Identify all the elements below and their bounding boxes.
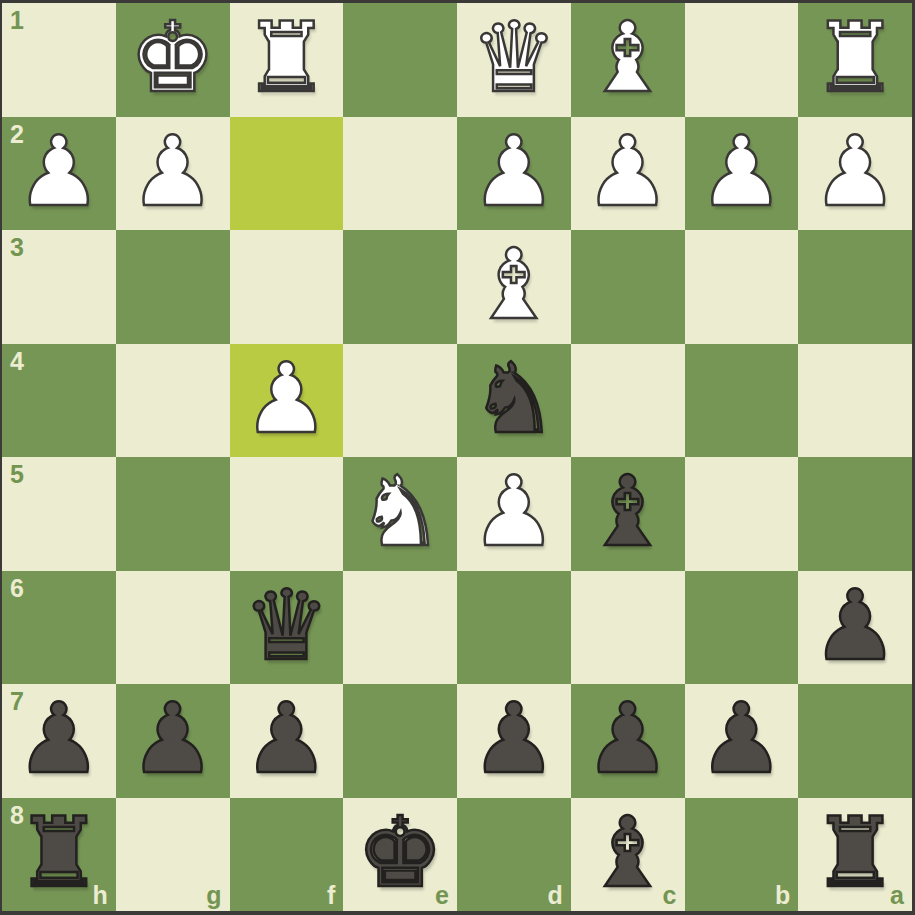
square-h6[interactable]: 6 <box>2 571 116 685</box>
piece-black-pawn[interactable]: ♟ <box>243 690 330 787</box>
square-f4[interactable]: ♟ <box>230 344 344 458</box>
square-h8[interactable]: ♜8h <box>2 798 116 912</box>
square-g7[interactable]: ♟ <box>116 684 230 798</box>
piece-white-pawn[interactable]: ♟ <box>584 123 671 220</box>
piece-black-pawn[interactable]: ♟ <box>584 690 671 787</box>
chess-board: 1♚♜♛♝♜♟2♟♟♟♟♟3♝4♟♞5♞♟♝6♛♟♟7♟♟♟♟♟♜8hgf♚ed… <box>2 3 912 911</box>
square-f2[interactable] <box>230 117 344 231</box>
square-e4[interactable] <box>343 344 457 458</box>
square-c7[interactable]: ♟ <box>571 684 685 798</box>
piece-black-pawn[interactable]: ♟ <box>812 577 899 674</box>
square-a4[interactable] <box>798 344 912 458</box>
square-e1[interactable] <box>343 3 457 117</box>
square-g4[interactable] <box>116 344 230 458</box>
square-a7[interactable] <box>798 684 912 798</box>
square-f3[interactable] <box>230 230 344 344</box>
square-f8[interactable]: f <box>230 798 344 912</box>
piece-white-knight[interactable]: ♞ <box>357 463 444 560</box>
rank-label-4: 4 <box>10 349 24 374</box>
piece-white-pawn[interactable]: ♟ <box>812 123 899 220</box>
square-a2[interactable]: ♟ <box>798 117 912 231</box>
piece-black-queen[interactable]: ♛ <box>243 577 330 674</box>
square-h5[interactable]: 5 <box>2 457 116 571</box>
piece-white-pawn[interactable]: ♟ <box>243 350 330 447</box>
piece-white-rook[interactable]: ♜ <box>812 9 899 106</box>
square-d2[interactable]: ♟ <box>457 117 571 231</box>
piece-white-pawn[interactable]: ♟ <box>15 123 102 220</box>
piece-black-pawn[interactable]: ♟ <box>129 690 216 787</box>
square-d5[interactable]: ♟ <box>457 457 571 571</box>
piece-white-pawn[interactable]: ♟ <box>698 123 785 220</box>
square-d8[interactable]: d <box>457 798 571 912</box>
square-d7[interactable]: ♟ <box>457 684 571 798</box>
square-c8[interactable]: ♝c <box>571 798 685 912</box>
square-b7[interactable]: ♟ <box>685 684 799 798</box>
square-b6[interactable] <box>685 571 799 685</box>
square-a1[interactable]: ♜ <box>798 3 912 117</box>
square-b8[interactable]: b <box>685 798 799 912</box>
piece-white-queen[interactable]: ♛ <box>470 9 557 106</box>
square-h2[interactable]: ♟2 <box>2 117 116 231</box>
file-label-g: g <box>206 883 221 908</box>
piece-white-pawn[interactable]: ♟ <box>129 123 216 220</box>
square-d6[interactable] <box>457 571 571 685</box>
file-label-d: d <box>547 883 562 908</box>
file-label-f: f <box>327 883 335 908</box>
chess-app: 1♚♜♛♝♜♟2♟♟♟♟♟3♝4♟♞5♞♟♝6♛♟♟7♟♟♟♟♟♜8hgf♚ed… <box>0 0 915 915</box>
square-a8[interactable]: ♜a <box>798 798 912 912</box>
rank-label-1: 1 <box>10 8 24 33</box>
square-c6[interactable] <box>571 571 685 685</box>
piece-black-pawn[interactable]: ♟ <box>698 690 785 787</box>
square-e5[interactable]: ♞ <box>343 457 457 571</box>
piece-black-knight[interactable]: ♞ <box>470 350 557 447</box>
square-c5[interactable]: ♝ <box>571 457 685 571</box>
rank-label-5: 5 <box>10 462 24 487</box>
piece-black-king[interactable]: ♚ <box>357 804 444 901</box>
piece-black-rook[interactable]: ♜ <box>15 804 102 901</box>
square-g2[interactable]: ♟ <box>116 117 230 231</box>
piece-white-king[interactable]: ♚ <box>129 9 216 106</box>
rank-label-6: 6 <box>10 576 24 601</box>
piece-white-bishop[interactable]: ♝ <box>470 236 557 333</box>
piece-black-bishop[interactable]: ♝ <box>584 804 671 901</box>
square-c4[interactable] <box>571 344 685 458</box>
piece-white-pawn[interactable]: ♟ <box>470 123 557 220</box>
square-g1[interactable]: ♚ <box>116 3 230 117</box>
piece-black-rook[interactable]: ♜ <box>812 804 899 901</box>
square-c2[interactable]: ♟ <box>571 117 685 231</box>
square-h4[interactable]: 4 <box>2 344 116 458</box>
square-d1[interactable]: ♛ <box>457 3 571 117</box>
square-h7[interactable]: ♟7 <box>2 684 116 798</box>
square-f5[interactable] <box>230 457 344 571</box>
square-g8[interactable]: g <box>116 798 230 912</box>
square-e8[interactable]: ♚e <box>343 798 457 912</box>
piece-white-pawn[interactable]: ♟ <box>470 463 557 560</box>
piece-black-pawn[interactable]: ♟ <box>15 690 102 787</box>
square-b4[interactable] <box>685 344 799 458</box>
square-h1[interactable]: 1 <box>2 3 116 117</box>
piece-white-rook[interactable]: ♜ <box>243 9 330 106</box>
square-g3[interactable] <box>116 230 230 344</box>
square-f1[interactable]: ♜ <box>230 3 344 117</box>
square-d4[interactable]: ♞ <box>457 344 571 458</box>
square-c3[interactable] <box>571 230 685 344</box>
square-e3[interactable] <box>343 230 457 344</box>
square-h3[interactable]: 3 <box>2 230 116 344</box>
square-c1[interactable]: ♝ <box>571 3 685 117</box>
square-a5[interactable] <box>798 457 912 571</box>
square-f6[interactable]: ♛ <box>230 571 344 685</box>
square-e2[interactable] <box>343 117 457 231</box>
square-f7[interactable]: ♟ <box>230 684 344 798</box>
piece-black-bishop[interactable]: ♝ <box>584 463 671 560</box>
square-b2[interactable]: ♟ <box>685 117 799 231</box>
square-a3[interactable] <box>798 230 912 344</box>
square-e6[interactable] <box>343 571 457 685</box>
piece-black-pawn[interactable]: ♟ <box>470 690 557 787</box>
square-g6[interactable] <box>116 571 230 685</box>
piece-white-bishop[interactable]: ♝ <box>584 9 671 106</box>
file-label-b: b <box>775 883 790 908</box>
square-b5[interactable] <box>685 457 799 571</box>
square-e7[interactable] <box>343 684 457 798</box>
rank-label-3: 3 <box>10 235 24 260</box>
square-d3[interactable]: ♝ <box>457 230 571 344</box>
square-a6[interactable]: ♟ <box>798 571 912 685</box>
square-b1[interactable] <box>685 3 799 117</box>
square-b3[interactable] <box>685 230 799 344</box>
square-g5[interactable] <box>116 457 230 571</box>
